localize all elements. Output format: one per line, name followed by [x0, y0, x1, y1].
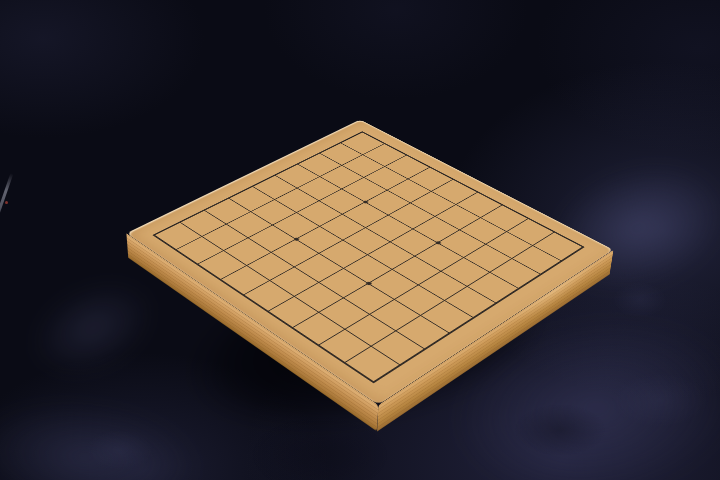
photo-scene [0, 0, 720, 480]
background-object-streak [0, 173, 13, 223]
background-object-dot [5, 201, 8, 204]
